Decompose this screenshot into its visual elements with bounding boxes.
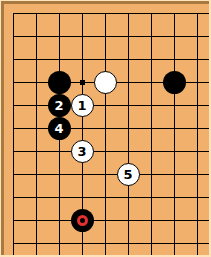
red-circle-marker-icon [77,215,88,226]
white-stone [94,71,117,94]
black-stone [48,71,71,94]
go-board-diagram: 12435 [0,0,211,257]
move-number-label: 2 [54,99,63,112]
black-stone-marked [71,209,94,232]
black-stone [163,71,186,94]
black-stone-move-4: 4 [48,117,71,140]
move-number-label: 4 [54,122,63,135]
move-number-label: 1 [77,99,86,112]
white-stone-move-1: 1 [71,94,94,117]
move-number-label: 5 [123,168,132,181]
white-stone-move-5: 5 [117,163,140,186]
frame-right-light [209,0,211,257]
white-stone-move-3: 3 [71,140,94,163]
move-number-label: 3 [77,145,86,158]
go-board: 12435 [2,2,209,255]
black-stone-move-2: 2 [48,94,71,117]
